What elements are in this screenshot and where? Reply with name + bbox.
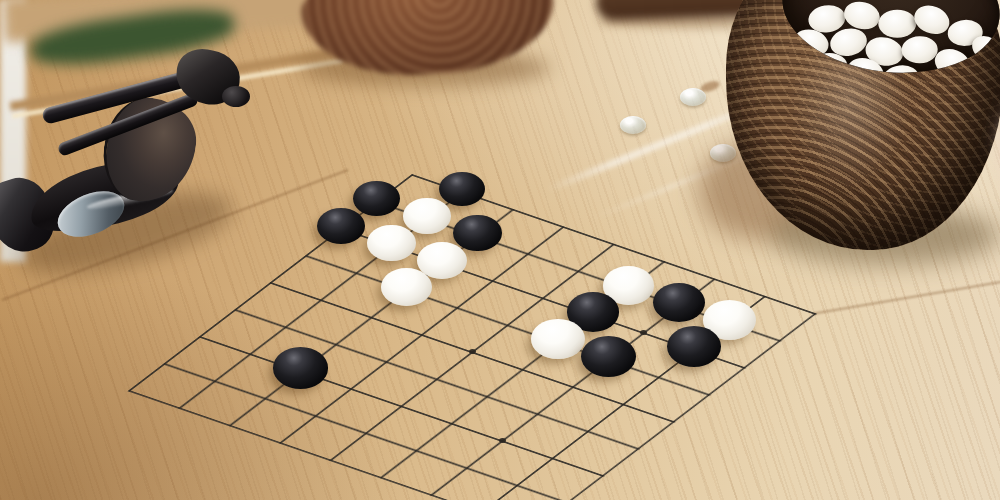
black-stone: ● — [273, 347, 329, 389]
white-stone: ○ — [367, 225, 416, 262]
black-stone: ● — [317, 208, 365, 244]
black-stone: ● — [667, 326, 722, 367]
bowl-white-stone — [901, 36, 938, 64]
white-stone: ○ — [531, 319, 585, 360]
glass-bead — [680, 88, 706, 106]
black-stone: ● — [581, 336, 636, 377]
photo-scene: ●●○●●○○○○●●○○●●● — [0, 0, 1000, 500]
bowl-white-stone — [878, 10, 916, 38]
black-stone: ● — [653, 283, 705, 322]
sunglasses-hinge-knob — [222, 86, 250, 107]
glass-bead — [620, 116, 646, 134]
white-stone: ○ — [381, 268, 432, 307]
